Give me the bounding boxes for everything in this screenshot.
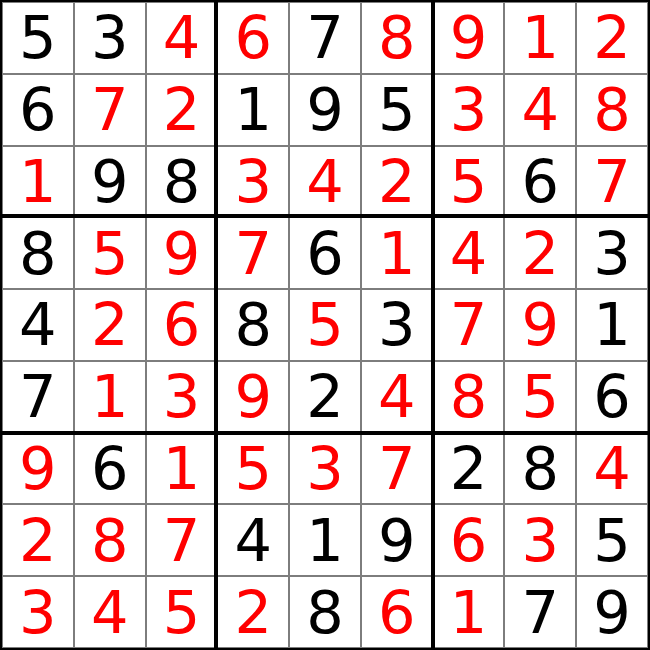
cell-r5c4[interactable]: 8 <box>217 289 289 361</box>
cell-r3c7[interactable]: 5 <box>433 146 505 218</box>
cell-r4c9[interactable]: 3 <box>576 217 648 289</box>
cell-r8c6[interactable]: 9 <box>361 504 433 576</box>
cell-r5c7[interactable]: 7 <box>433 289 505 361</box>
cell-r8c1[interactable]: 2 <box>2 504 74 576</box>
cell-r4c3[interactable]: 9 <box>146 217 218 289</box>
cell-r2c9[interactable]: 8 <box>576 74 648 146</box>
cell-r3c2[interactable]: 9 <box>74 146 146 218</box>
cell-r7c6[interactable]: 7 <box>361 433 433 505</box>
cell-r5c3[interactable]: 6 <box>146 289 218 361</box>
cell-r1c6[interactable]: 8 <box>361 2 433 74</box>
cell-r9c9[interactable]: 9 <box>576 576 648 648</box>
cell-r5c1[interactable]: 4 <box>2 289 74 361</box>
cell-r3c9[interactable]: 7 <box>576 146 648 218</box>
cell-r5c9[interactable]: 1 <box>576 289 648 361</box>
cell-r8c2[interactable]: 8 <box>74 504 146 576</box>
cell-r8c9[interactable]: 5 <box>576 504 648 576</box>
cell-r4c5[interactable]: 6 <box>289 217 361 289</box>
cell-r2c6[interactable]: 5 <box>361 74 433 146</box>
cell-r9c3[interactable]: 5 <box>146 576 218 648</box>
cell-r5c5[interactable]: 5 <box>289 289 361 361</box>
cell-r1c1[interactable]: 5 <box>2 2 74 74</box>
cell-r7c9[interactable]: 4 <box>576 433 648 505</box>
cell-r8c7[interactable]: 6 <box>433 504 505 576</box>
cell-r4c4[interactable]: 7 <box>217 217 289 289</box>
cell-r9c4[interactable]: 2 <box>217 576 289 648</box>
cell-r4c2[interactable]: 5 <box>74 217 146 289</box>
cell-r5c2[interactable]: 2 <box>74 289 146 361</box>
cell-r1c3[interactable]: 4 <box>146 2 218 74</box>
cell-r4c8[interactable]: 2 <box>504 217 576 289</box>
cell-r8c5[interactable]: 1 <box>289 504 361 576</box>
cell-r6c9[interactable]: 6 <box>576 361 648 433</box>
sudoku-board: 5346789126721953481983425678597614234268… <box>0 0 650 650</box>
cell-r7c5[interactable]: 3 <box>289 433 361 505</box>
cell-r8c8[interactable]: 3 <box>504 504 576 576</box>
cell-r1c2[interactable]: 3 <box>74 2 146 74</box>
cell-r1c4[interactable]: 6 <box>217 2 289 74</box>
cell-r5c6[interactable]: 3 <box>361 289 433 361</box>
cell-r9c2[interactable]: 4 <box>74 576 146 648</box>
cell-r6c8[interactable]: 5 <box>504 361 576 433</box>
cell-r3c6[interactable]: 2 <box>361 146 433 218</box>
cell-r6c7[interactable]: 8 <box>433 361 505 433</box>
cell-r3c5[interactable]: 4 <box>289 146 361 218</box>
cell-r9c7[interactable]: 1 <box>433 576 505 648</box>
cell-r9c1[interactable]: 3 <box>2 576 74 648</box>
cell-r6c2[interactable]: 1 <box>74 361 146 433</box>
cell-r1c8[interactable]: 1 <box>504 2 576 74</box>
cell-r4c7[interactable]: 4 <box>433 217 505 289</box>
cell-r3c3[interactable]: 8 <box>146 146 218 218</box>
cell-r7c2[interactable]: 6 <box>74 433 146 505</box>
cell-r2c5[interactable]: 9 <box>289 74 361 146</box>
cell-r5c8[interactable]: 9 <box>504 289 576 361</box>
cell-r2c1[interactable]: 6 <box>2 74 74 146</box>
cell-r3c8[interactable]: 6 <box>504 146 576 218</box>
cell-r8c3[interactable]: 7 <box>146 504 218 576</box>
cell-r9c5[interactable]: 8 <box>289 576 361 648</box>
cell-r9c8[interactable]: 7 <box>504 576 576 648</box>
cell-r8c4[interactable]: 4 <box>217 504 289 576</box>
cell-r2c7[interactable]: 3 <box>433 74 505 146</box>
cell-r3c4[interactable]: 3 <box>217 146 289 218</box>
cell-r7c7[interactable]: 2 <box>433 433 505 505</box>
cell-r6c1[interactable]: 7 <box>2 361 74 433</box>
cell-r2c3[interactable]: 2 <box>146 74 218 146</box>
cell-r6c4[interactable]: 9 <box>217 361 289 433</box>
cell-r7c8[interactable]: 8 <box>504 433 576 505</box>
cell-r9c6[interactable]: 6 <box>361 576 433 648</box>
cell-r7c1[interactable]: 9 <box>2 433 74 505</box>
cell-r6c6[interactable]: 4 <box>361 361 433 433</box>
cell-r7c4[interactable]: 5 <box>217 433 289 505</box>
cell-r2c2[interactable]: 7 <box>74 74 146 146</box>
cell-r4c6[interactable]: 1 <box>361 217 433 289</box>
cell-r3c1[interactable]: 1 <box>2 146 74 218</box>
cell-r1c9[interactable]: 2 <box>576 2 648 74</box>
cell-r6c5[interactable]: 2 <box>289 361 361 433</box>
cell-r1c7[interactable]: 9 <box>433 2 505 74</box>
cell-r2c4[interactable]: 1 <box>217 74 289 146</box>
cell-r2c8[interactable]: 4 <box>504 74 576 146</box>
cell-r1c5[interactable]: 7 <box>289 2 361 74</box>
cell-r7c3[interactable]: 1 <box>146 433 218 505</box>
cell-r4c1[interactable]: 8 <box>2 217 74 289</box>
cell-r6c3[interactable]: 3 <box>146 361 218 433</box>
